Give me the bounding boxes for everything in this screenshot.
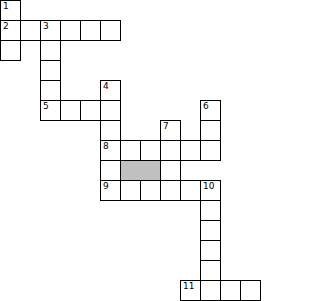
cell-r1-c5[interactable] xyxy=(100,20,121,41)
cell-r9-c10[interactable] xyxy=(200,180,221,201)
cell-r7-c10[interactable] xyxy=(200,140,221,161)
cell-r6-c10[interactable] xyxy=(200,120,221,141)
cell-r7-c7[interactable] xyxy=(140,140,161,161)
cell-r1-c4[interactable] xyxy=(80,20,101,41)
cell-r0-c0[interactable] xyxy=(0,0,21,21)
cell-r14-c10[interactable] xyxy=(200,280,221,301)
cell-r8-c8[interactable] xyxy=(160,160,181,181)
cell-r9-c8[interactable] xyxy=(160,180,181,201)
cell-r1-c1[interactable] xyxy=(20,20,41,41)
cell-r7-c8[interactable] xyxy=(160,140,181,161)
cell-r9-c7[interactable] xyxy=(140,180,161,201)
cell-r4-c5[interactable] xyxy=(100,80,121,101)
cell-r6-c8[interactable] xyxy=(160,120,181,141)
cell-r2-c2[interactable] xyxy=(40,40,61,61)
cell-r14-c11[interactable] xyxy=(220,280,241,301)
blocked-cells-r8-c6 xyxy=(120,160,161,181)
cell-r5-c2[interactable] xyxy=(40,100,61,121)
cell-r1-c3[interactable] xyxy=(60,20,81,41)
cell-r12-c10[interactable] xyxy=(200,240,221,261)
cell-r5-c4[interactable] xyxy=(80,100,101,121)
cell-r4-c2[interactable] xyxy=(40,80,61,101)
cell-r9-c5[interactable] xyxy=(100,180,121,201)
cell-r14-c9[interactable] xyxy=(180,280,201,301)
cell-r1-c0[interactable] xyxy=(0,20,21,41)
cell-r10-c10[interactable] xyxy=(200,200,221,221)
crossword-board: 1234567891011 xyxy=(0,0,261,301)
cell-r5-c5[interactable] xyxy=(100,100,121,121)
cell-r13-c10[interactable] xyxy=(200,260,221,281)
cell-r3-c2[interactable] xyxy=(40,60,61,81)
cell-r7-c6[interactable] xyxy=(120,140,141,161)
cell-r9-c6[interactable] xyxy=(120,180,141,201)
cell-r8-c5[interactable] xyxy=(100,160,121,181)
cell-r14-c12[interactable] xyxy=(240,280,261,301)
cell-r5-c10[interactable] xyxy=(200,100,221,121)
cell-r5-c3[interactable] xyxy=(60,100,81,121)
cell-r6-c5[interactable] xyxy=(100,120,121,141)
cell-r2-c0[interactable] xyxy=(0,40,21,61)
cell-r7-c5[interactable] xyxy=(100,140,121,161)
cell-r1-c2[interactable] xyxy=(40,20,61,41)
cell-r7-c9[interactable] xyxy=(180,140,201,161)
cell-r9-c9[interactable] xyxy=(180,180,201,201)
cell-r11-c10[interactable] xyxy=(200,220,221,241)
crossword-puzzle: 1234567891011 xyxy=(0,0,320,301)
